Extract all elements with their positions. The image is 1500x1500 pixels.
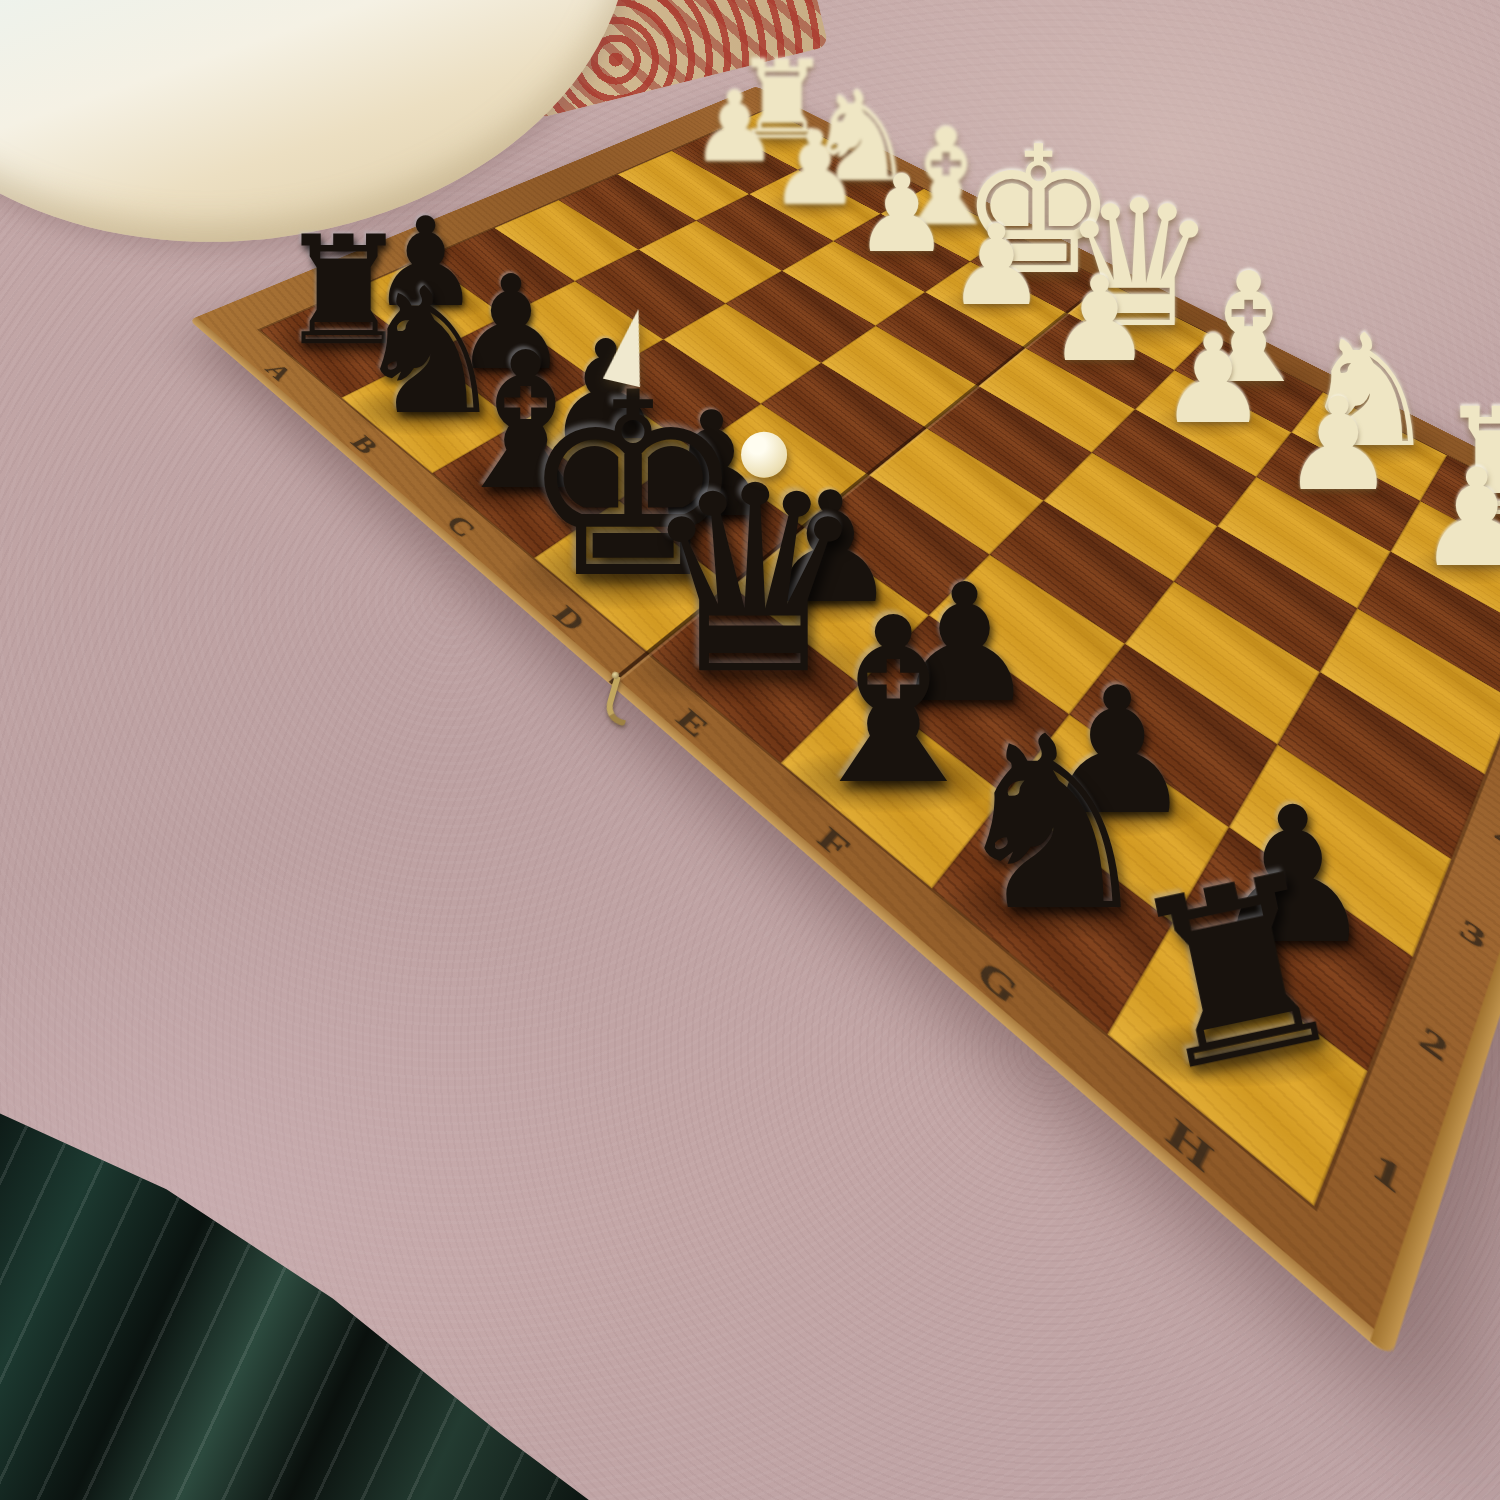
edge-number-4: 4 — [1481, 814, 1500, 867]
edge-number-2: 2 — [1403, 1009, 1464, 1079]
chess-board: ABCDEFGH 12345678 — [190, 86, 1500, 1356]
board-squares-grid — [260, 109, 1500, 1206]
edge-number-1: 1 — [1354, 1132, 1421, 1214]
reflection-glint — [140, 1050, 250, 1110]
dark-green-glossy-object — [0, 1080, 640, 1500]
photo-viewport: ABCDEFGH 12345678 ♜♞♝♚♛♝♞♜♟♟♟♟♟♟♟♟♟♟♟♟♟♟… — [0, 0, 1500, 1500]
edge-number-3: 3 — [1445, 904, 1500, 964]
